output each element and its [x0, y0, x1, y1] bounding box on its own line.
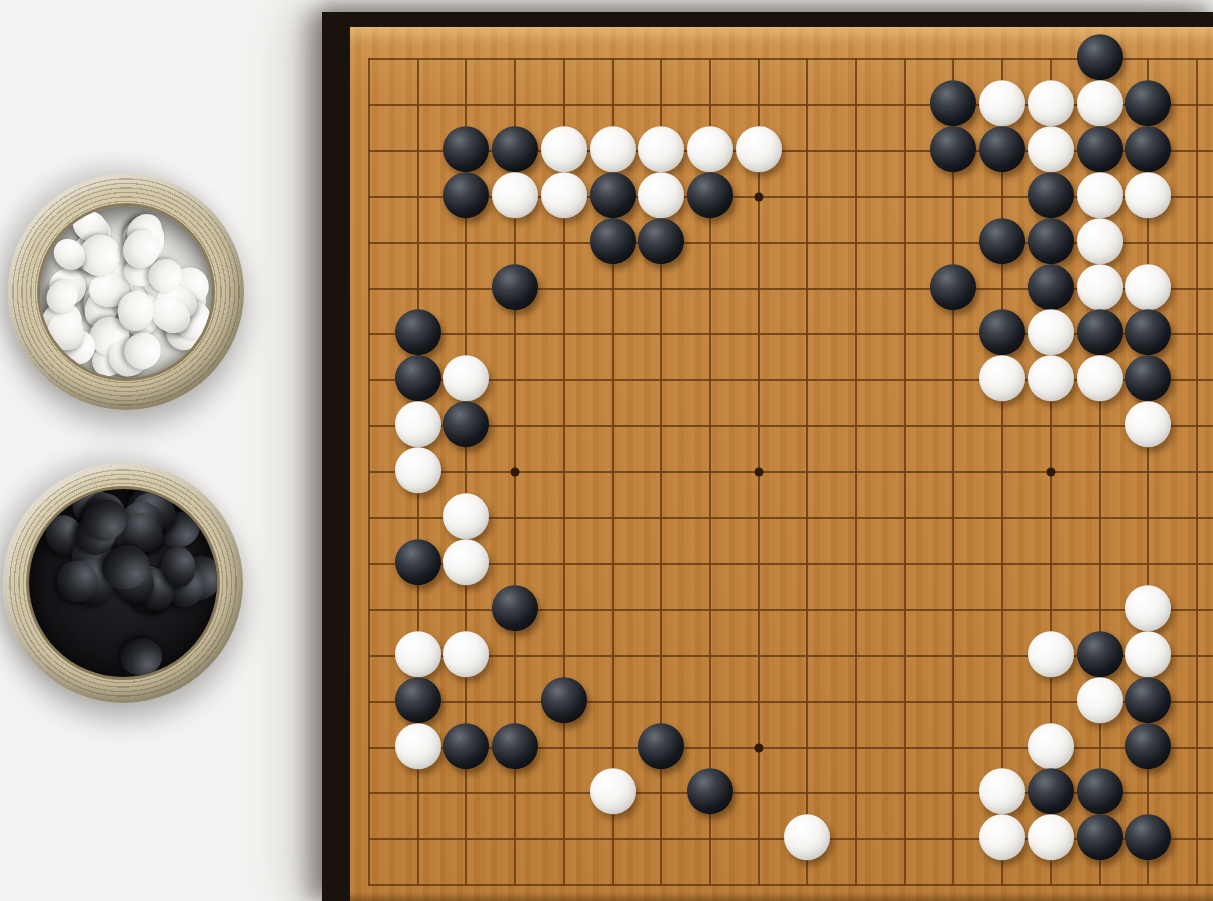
black-stone [1077, 310, 1123, 356]
grid-line-horizontal [368, 884, 1213, 886]
black-stone [930, 264, 976, 310]
star-point [511, 468, 520, 477]
white-stone [687, 126, 733, 172]
grid-line-horizontal [368, 563, 1213, 565]
grid-line-horizontal [368, 517, 1213, 519]
black-stone [492, 723, 538, 769]
white-stone [590, 126, 636, 172]
grid-line-horizontal [368, 471, 1213, 473]
black-stone [1125, 80, 1171, 126]
black-stone [1077, 769, 1123, 815]
white-stone [1028, 355, 1074, 401]
black-stone [1125, 355, 1171, 401]
white-stone [1028, 126, 1074, 172]
white-stone [638, 126, 684, 172]
black-stone [395, 310, 441, 356]
white-stone [1028, 310, 1074, 356]
white-stone [979, 355, 1025, 401]
white-stone [492, 172, 538, 218]
black-stone [395, 355, 441, 401]
black-stone [590, 172, 636, 218]
white-stone [1028, 80, 1074, 126]
white-stone [541, 172, 587, 218]
white-stone [1028, 631, 1074, 677]
white-stone [1125, 631, 1171, 677]
white-stone [1125, 585, 1171, 631]
grid-line-vertical [1196, 58, 1198, 886]
black-stone [979, 218, 1025, 264]
black-stone [1077, 34, 1123, 80]
star-point [754, 743, 763, 752]
white-stone [395, 631, 441, 677]
white-stone [1125, 401, 1171, 447]
star-point [754, 468, 763, 477]
black-stone [443, 172, 489, 218]
white-stone [1077, 172, 1123, 218]
black-stone [638, 218, 684, 264]
white-stone [1077, 218, 1123, 264]
black-stone [492, 126, 538, 172]
black-stone [1028, 264, 1074, 310]
black-stone [1125, 723, 1171, 769]
black-stone [930, 126, 976, 172]
white-stone [443, 631, 489, 677]
black-stone [979, 310, 1025, 356]
grid-line-vertical [952, 58, 954, 886]
white-stone [1028, 814, 1074, 860]
grid-line-vertical [904, 58, 906, 886]
white-stone [736, 126, 782, 172]
black-stone [492, 585, 538, 631]
white-stone-bowl [8, 174, 244, 410]
grid-line-vertical [855, 58, 857, 886]
white-stone [979, 80, 1025, 126]
black-stone [443, 723, 489, 769]
black-stone [687, 172, 733, 218]
black-stone [492, 264, 538, 310]
star-point [754, 192, 763, 201]
white-stone [638, 172, 684, 218]
white-stone [1077, 677, 1123, 723]
white-stone [1077, 355, 1123, 401]
white-stone [1028, 723, 1074, 769]
white-bowl-well [40, 206, 212, 378]
black-stone [395, 539, 441, 585]
white-stone [395, 447, 441, 493]
black-stone [541, 677, 587, 723]
go-board[interactable] [322, 12, 1213, 901]
black-stone [687, 769, 733, 815]
black-stone [930, 80, 976, 126]
star-point [1046, 468, 1055, 477]
black-stone [1125, 126, 1171, 172]
black-stone [590, 218, 636, 264]
white-stone [590, 769, 636, 815]
black-stone [979, 126, 1025, 172]
board-wood [350, 27, 1213, 901]
white-stone [1125, 172, 1171, 218]
black-stone [1028, 218, 1074, 264]
grid-line-vertical [1001, 58, 1003, 886]
black-stone [1028, 172, 1074, 218]
black-stone [638, 723, 684, 769]
black-stone [395, 677, 441, 723]
white-stone [1077, 264, 1123, 310]
black-bowl-stone [118, 636, 164, 677]
white-stone [1125, 264, 1171, 310]
white-stone [979, 769, 1025, 815]
black-stone [1028, 769, 1074, 815]
black-stone [1125, 677, 1171, 723]
white-stone [443, 355, 489, 401]
black-stone [1077, 126, 1123, 172]
black-bowl-well [29, 489, 217, 677]
black-stone [1125, 310, 1171, 356]
go-scene [0, 0, 1213, 901]
white-stone [784, 814, 830, 860]
grid-line-horizontal [368, 425, 1213, 427]
white-stone [443, 493, 489, 539]
black-stone [1077, 631, 1123, 677]
white-stone [541, 126, 587, 172]
white-stone [979, 814, 1025, 860]
white-stone [443, 539, 489, 585]
black-stone [443, 126, 489, 172]
white-stone [1077, 80, 1123, 126]
black-stone [1125, 814, 1171, 860]
black-stone-bowl [3, 463, 243, 703]
white-stone [395, 723, 441, 769]
black-stone [443, 401, 489, 447]
black-stone [1077, 814, 1123, 860]
white-stone [395, 401, 441, 447]
